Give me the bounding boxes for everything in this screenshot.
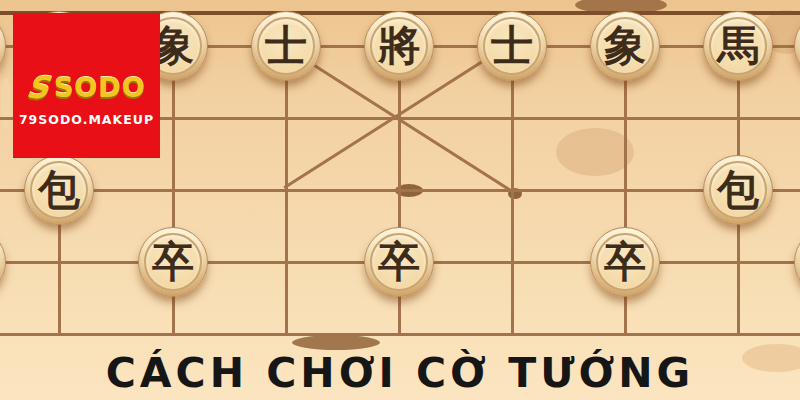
- piece-soldier[interactable]: 卒: [138, 227, 208, 297]
- horse-glyph: 馬: [717, 25, 759, 67]
- cannon-glyph: 包: [717, 169, 759, 211]
- piece-cannon[interactable]: 包: [703, 155, 773, 225]
- board-stain: [556, 128, 634, 176]
- cannon-glyph: 包: [38, 169, 80, 211]
- piece-general[interactable]: 將: [364, 11, 434, 81]
- sodo-s-icon: S: [25, 73, 51, 103]
- caption-band: CÁCH CHƠI CỜ TƯỚNG: [0, 346, 800, 400]
- piece-soldier[interactable]: 卒: [0, 227, 6, 297]
- caption-text: CÁCH CHƠI CỜ TƯỚNG: [106, 349, 694, 397]
- logo-banner[interactable]: S SODO 79SODO.MAKEUP: [13, 13, 160, 158]
- piece-soldier[interactable]: 卒: [590, 227, 660, 297]
- piece-advisor[interactable]: 士: [251, 11, 321, 81]
- advisor-glyph: 士: [491, 25, 533, 67]
- file-line: [285, 45, 288, 336]
- soldier-glyph: 卒: [604, 241, 646, 283]
- board-stain: [1, 78, 11, 130]
- logo-brand-text: SODO: [54, 74, 146, 101]
- piece-horse[interactable]: 馬: [703, 11, 773, 81]
- logo-tagline: 79SODO.MAKEUP: [19, 112, 154, 127]
- piece-soldier[interactable]: 卒: [364, 227, 434, 297]
- soldier-glyph: 卒: [152, 241, 194, 283]
- logo: S SODO: [27, 73, 145, 103]
- piece-chariot[interactable]: 車: [0, 11, 6, 81]
- file-line: [511, 45, 514, 336]
- elephant-glyph: 象: [604, 25, 646, 67]
- piece-elephant[interactable]: 象: [590, 11, 660, 81]
- piece-cannon[interactable]: 包: [24, 155, 94, 225]
- soldier-glyph: 卒: [378, 241, 420, 283]
- piece-soldier[interactable]: 卒: [794, 227, 800, 297]
- general-glyph: 將: [378, 25, 420, 67]
- piece-advisor[interactable]: 士: [477, 11, 547, 81]
- advisor-glyph: 士: [265, 25, 307, 67]
- xiangqi-promo-image: 車馬象士將士象馬車包包卒卒卒卒卒 S SODO 79SODO.MAKEUP CÁ…: [0, 0, 800, 400]
